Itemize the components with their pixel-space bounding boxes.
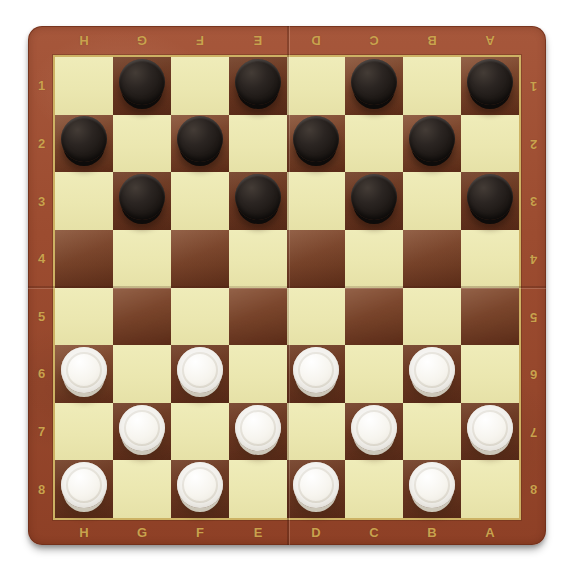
square-A8[interactable] [461, 460, 519, 518]
white-checker-F6[interactable] [177, 347, 223, 393]
rank-label-3: 3 [28, 172, 55, 230]
black-checker-B2[interactable] [409, 116, 455, 162]
square-C5[interactable] [345, 288, 403, 346]
file-label-H: H [55, 520, 113, 545]
square-C6[interactable] [345, 345, 403, 403]
rank-label-5: 5 [521, 288, 546, 346]
square-E7[interactable] [229, 403, 287, 461]
file-label-C: C [345, 26, 403, 55]
square-G6[interactable] [113, 345, 171, 403]
square-H3[interactable] [55, 172, 113, 230]
white-checker-G7[interactable] [119, 405, 165, 451]
white-checker-A7[interactable] [467, 405, 513, 451]
white-checker-H8[interactable] [61, 462, 107, 508]
rank-label-3: 3 [521, 172, 546, 230]
square-D7[interactable] [287, 403, 345, 461]
black-checker-E1[interactable] [235, 59, 281, 105]
square-A3[interactable] [461, 172, 519, 230]
square-D1[interactable] [287, 57, 345, 115]
square-F2[interactable] [171, 115, 229, 173]
square-H1[interactable] [55, 57, 113, 115]
square-E2[interactable] [229, 115, 287, 173]
file-label-F: F [171, 520, 229, 545]
square-A1[interactable] [461, 57, 519, 115]
square-B4[interactable] [403, 230, 461, 288]
square-H8[interactable] [55, 460, 113, 518]
square-B1[interactable] [403, 57, 461, 115]
file-label-G: G [113, 26, 171, 55]
file-label-F: F [171, 26, 229, 55]
square-D8[interactable] [287, 460, 345, 518]
rank-label-2: 2 [521, 115, 546, 173]
square-A5[interactable] [461, 288, 519, 346]
rank-label-4: 4 [28, 230, 55, 288]
black-checker-A1[interactable] [467, 59, 513, 105]
black-checker-H2[interactable] [61, 116, 107, 162]
square-E8[interactable] [229, 460, 287, 518]
square-D4[interactable] [287, 230, 345, 288]
file-label-D: D [287, 520, 345, 545]
square-G5[interactable] [113, 288, 171, 346]
square-F3[interactable] [171, 172, 229, 230]
square-C3[interactable] [345, 172, 403, 230]
square-G2[interactable] [113, 115, 171, 173]
photo-background: HGFEDCBA HGFEDCBA 12345678 12345678 [0, 0, 572, 572]
white-checker-E7[interactable] [235, 405, 281, 451]
rank-label-8: 8 [521, 460, 546, 518]
file-label-A: A [461, 26, 519, 55]
checkers-board: HGFEDCBA HGFEDCBA 12345678 12345678 [28, 26, 546, 545]
black-checker-C1[interactable] [351, 59, 397, 105]
square-A6[interactable] [461, 345, 519, 403]
file-label-B: B [403, 26, 461, 55]
file-label-C: C [345, 520, 403, 545]
square-H5[interactable] [55, 288, 113, 346]
file-label-G: G [113, 520, 171, 545]
square-F4[interactable] [171, 230, 229, 288]
rank-label-7: 7 [521, 403, 546, 461]
square-A4[interactable] [461, 230, 519, 288]
square-E5[interactable] [229, 288, 287, 346]
white-checker-B8[interactable] [409, 462, 455, 508]
square-D2[interactable] [287, 115, 345, 173]
black-checker-D2[interactable] [293, 116, 339, 162]
black-checker-A3[interactable] [467, 174, 513, 220]
square-B5[interactable] [403, 288, 461, 346]
square-A7[interactable] [461, 403, 519, 461]
file-label-B: B [403, 520, 461, 545]
square-F5[interactable] [171, 288, 229, 346]
square-H6[interactable] [55, 345, 113, 403]
file-label-A: A [461, 520, 519, 545]
white-checker-H6[interactable] [61, 347, 107, 393]
square-G8[interactable] [113, 460, 171, 518]
white-checker-C7[interactable] [351, 405, 397, 451]
black-checker-E3[interactable] [235, 174, 281, 220]
square-H2[interactable] [55, 115, 113, 173]
rank-label-4: 4 [521, 230, 546, 288]
rank-label-6: 6 [28, 345, 55, 403]
square-E4[interactable] [229, 230, 287, 288]
rank-labels-right: 12345678 [521, 57, 546, 518]
square-E6[interactable] [229, 345, 287, 403]
play-area [53, 55, 521, 520]
black-checker-G1[interactable] [119, 59, 165, 105]
white-checker-D6[interactable] [293, 347, 339, 393]
square-F6[interactable] [171, 345, 229, 403]
square-B3[interactable] [403, 172, 461, 230]
file-labels-bottom: HGFEDCBA [55, 520, 519, 545]
square-C7[interactable] [345, 403, 403, 461]
rank-label-2: 2 [28, 115, 55, 173]
square-G3[interactable] [113, 172, 171, 230]
square-F8[interactable] [171, 460, 229, 518]
square-D3[interactable] [287, 172, 345, 230]
file-label-E: E [229, 26, 287, 55]
file-labels-top: HGFEDCBA [55, 26, 519, 55]
white-checker-D8[interactable] [293, 462, 339, 508]
square-B8[interactable] [403, 460, 461, 518]
square-G7[interactable] [113, 403, 171, 461]
square-C8[interactable] [345, 460, 403, 518]
rank-label-1: 1 [28, 57, 55, 115]
file-label-D: D [287, 26, 345, 55]
black-checker-C3[interactable] [351, 174, 397, 220]
file-label-E: E [229, 520, 287, 545]
square-C1[interactable] [345, 57, 403, 115]
square-B7[interactable] [403, 403, 461, 461]
square-H7[interactable] [55, 403, 113, 461]
file-label-H: H [55, 26, 113, 55]
rank-label-8: 8 [28, 460, 55, 518]
square-G1[interactable] [113, 57, 171, 115]
black-checker-F2[interactable] [177, 116, 223, 162]
square-D5[interactable] [287, 288, 345, 346]
square-E3[interactable] [229, 172, 287, 230]
rank-labels-left: 12345678 [28, 57, 55, 518]
square-G4[interactable] [113, 230, 171, 288]
square-B6[interactable] [403, 345, 461, 403]
rank-label-7: 7 [28, 403, 55, 461]
square-C4[interactable] [345, 230, 403, 288]
square-D6[interactable] [287, 345, 345, 403]
square-F7[interactable] [171, 403, 229, 461]
white-checker-F8[interactable] [177, 462, 223, 508]
square-A2[interactable] [461, 115, 519, 173]
black-checker-G3[interactable] [119, 174, 165, 220]
square-E1[interactable] [229, 57, 287, 115]
square-H4[interactable] [55, 230, 113, 288]
rank-label-5: 5 [28, 288, 55, 346]
square-B2[interactable] [403, 115, 461, 173]
rank-label-1: 1 [521, 57, 546, 115]
square-C2[interactable] [345, 115, 403, 173]
white-checker-B6[interactable] [409, 347, 455, 393]
rank-label-6: 6 [521, 345, 546, 403]
square-F1[interactable] [171, 57, 229, 115]
